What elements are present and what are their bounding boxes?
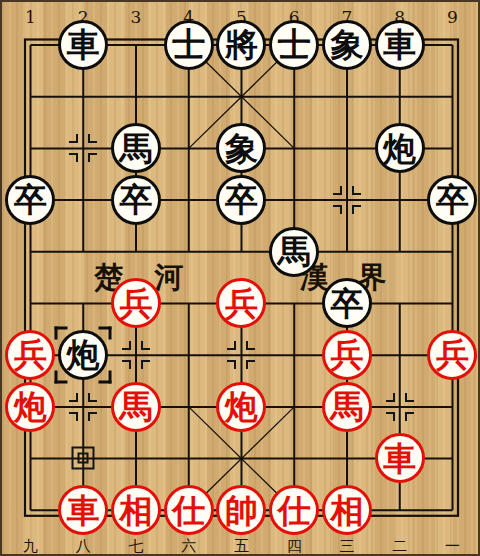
piece-red-cannon[interactable]: 炮 (5, 382, 55, 432)
piece-black-chariot[interactable]: 車 (375, 20, 425, 70)
point-marker (385, 392, 415, 422)
piece-black-advisor[interactable]: 士 (269, 20, 319, 70)
piece-black-elephant[interactable]: 象 (322, 20, 372, 70)
point-marker (68, 133, 98, 163)
file-numeral-label: 四 (268, 535, 321, 556)
board-grid[interactable]: 車士將士象車馬象炮卒卒卒卒馬兵兵卒兵炮兵兵炮馬炮馬車車相仕帥仕相 (4, 19, 479, 536)
file-numeral-label: 二 (373, 535, 426, 556)
last-move-origin-marker (72, 447, 95, 470)
xiangqi-board: 123456789 車士將士象車馬象炮卒卒卒卒馬兵兵卒兵炮兵兵炮馬炮馬車車相仕帥… (0, 0, 480, 556)
file-numeral-label: 七 (110, 535, 163, 556)
piece-red-elephant[interactable]: 相 (111, 485, 161, 535)
piece-red-soldier[interactable]: 兵 (216, 278, 266, 328)
file-numeral-label: 一 (426, 535, 479, 556)
piece-red-soldier[interactable]: 兵 (5, 330, 55, 380)
piece-red-soldier[interactable]: 兵 (427, 330, 477, 380)
file-numeral-label: 九 (4, 535, 57, 556)
piece-red-advisor[interactable]: 仕 (269, 485, 319, 535)
piece-black-advisor[interactable]: 士 (164, 20, 214, 70)
piece-red-soldier[interactable]: 兵 (111, 278, 161, 328)
file-numeral-label: 六 (162, 535, 215, 556)
file-numeral-label: 八 (57, 535, 110, 556)
piece-red-soldier[interactable]: 兵 (322, 330, 372, 380)
piece-red-general[interactable]: 帥 (216, 485, 266, 535)
piece-black-cannon[interactable]: 炮 (58, 330, 108, 380)
point-marker (68, 392, 98, 422)
piece-black-chariot[interactable]: 車 (58, 20, 108, 70)
piece-red-cannon[interactable]: 炮 (216, 382, 266, 432)
piece-red-chariot[interactable]: 車 (58, 485, 108, 535)
piece-red-horse[interactable]: 馬 (111, 382, 161, 432)
point-marker (332, 185, 362, 215)
bottom-file-coordinates: 九八七六五四三二一 (4, 535, 479, 556)
piece-black-soldier[interactable]: 卒 (5, 175, 55, 225)
piece-black-soldier[interactable]: 卒 (322, 278, 372, 328)
piece-red-elephant[interactable]: 相 (322, 485, 372, 535)
piece-black-horse[interactable]: 馬 (269, 227, 319, 277)
piece-red-horse[interactable]: 馬 (322, 382, 372, 432)
piece-black-general[interactable]: 將 (216, 20, 266, 70)
point-marker (121, 340, 151, 370)
file-numeral-label: 五 (215, 535, 268, 556)
piece-black-soldier[interactable]: 卒 (216, 175, 266, 225)
file-numeral-label: 三 (321, 535, 374, 556)
piece-black-soldier[interactable]: 卒 (111, 175, 161, 225)
piece-black-cannon[interactable]: 炮 (375, 123, 425, 173)
point-marker (226, 340, 256, 370)
piece-black-horse[interactable]: 馬 (111, 123, 161, 173)
piece-red-advisor[interactable]: 仕 (164, 485, 214, 535)
piece-red-chariot[interactable]: 車 (375, 433, 425, 483)
piece-black-soldier[interactable]: 卒 (427, 175, 477, 225)
piece-black-elephant[interactable]: 象 (216, 123, 266, 173)
